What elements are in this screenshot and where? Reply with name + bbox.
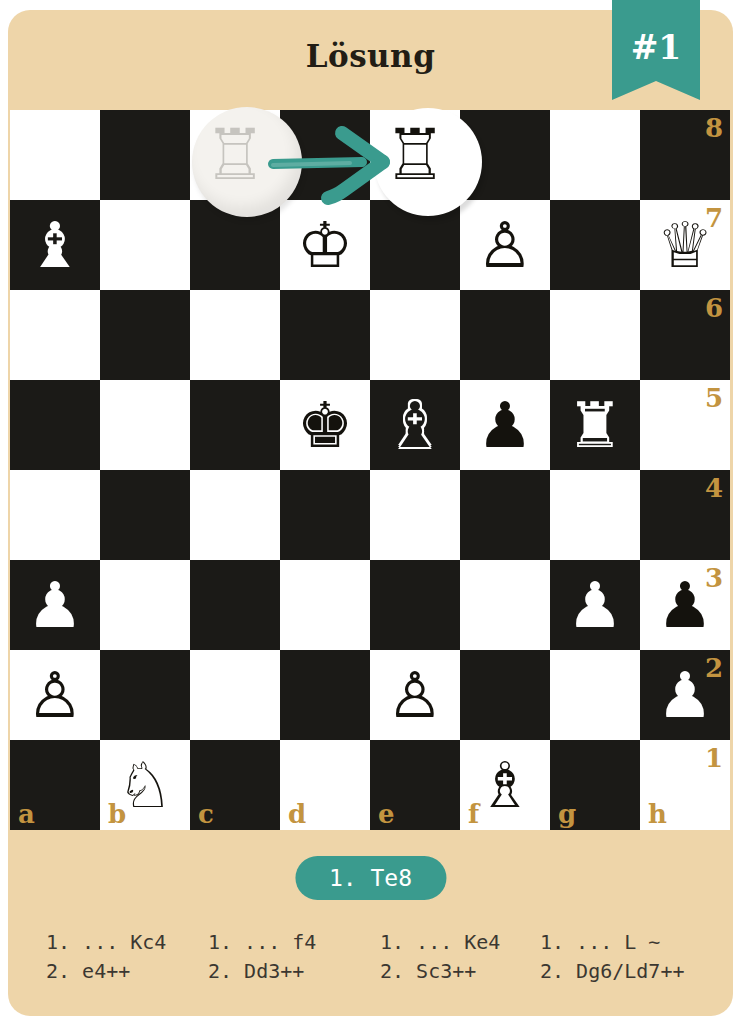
white-king-d7: ♔ bbox=[280, 200, 370, 290]
variation-column: 1. ... f4 2. Dd3++ bbox=[208, 928, 316, 986]
variation-move: 1. ... Ke4 bbox=[380, 928, 500, 957]
variation-move: 1. ... f4 bbox=[208, 928, 316, 957]
square-f4 bbox=[460, 470, 550, 560]
square-e5: ♝ bbox=[370, 380, 460, 470]
white-pawn-g3: ♟ bbox=[550, 560, 640, 650]
square-a4 bbox=[10, 470, 100, 560]
rank-label-8: 8 bbox=[705, 113, 723, 143]
square-c8: ♖ bbox=[190, 110, 280, 200]
black-king-d5: ♚ bbox=[280, 380, 370, 470]
file-label-b: b bbox=[108, 799, 126, 829]
square-h7: 7♕ bbox=[640, 200, 730, 290]
file-label-h: h bbox=[648, 799, 667, 829]
square-e4 bbox=[370, 470, 460, 560]
square-h3: 3♟ bbox=[640, 560, 730, 650]
variation-column: 1. ... Ke4 2. Sc3++ bbox=[380, 928, 500, 986]
square-f7: ♙ bbox=[460, 200, 550, 290]
white-rook-e8: ♖ bbox=[370, 110, 460, 200]
black-bishop-e5: ♝ bbox=[370, 380, 460, 470]
solution-move-button[interactable]: 1. Te8 bbox=[295, 856, 446, 900]
file-label-a: a bbox=[18, 799, 35, 829]
square-e1: e bbox=[370, 740, 460, 830]
square-e8: ♖ bbox=[370, 110, 460, 200]
square-h1: 1h bbox=[640, 740, 730, 830]
square-h4: 4 bbox=[640, 470, 730, 560]
square-d2 bbox=[280, 650, 370, 740]
square-h6: 6 bbox=[640, 290, 730, 380]
square-g5: ♜ bbox=[550, 380, 640, 470]
file-label-d: d bbox=[288, 799, 306, 829]
square-a3: ♟ bbox=[10, 560, 100, 650]
rank-label-4: 4 bbox=[705, 473, 723, 503]
square-d6 bbox=[280, 290, 370, 380]
square-h2: 2♟ bbox=[640, 650, 730, 740]
square-b3 bbox=[100, 560, 190, 650]
square-c1: c bbox=[190, 740, 280, 830]
square-h5: 5 bbox=[640, 380, 730, 470]
variation-move: 2. Dd3++ bbox=[208, 957, 316, 986]
square-b8 bbox=[100, 110, 190, 200]
square-a8 bbox=[10, 110, 100, 200]
variation-move: 2. Dg6/Ld7++ bbox=[540, 957, 685, 986]
rank-label-1: 1 bbox=[705, 743, 723, 773]
square-e2: ♙ bbox=[370, 650, 460, 740]
black-pawn-f5: ♟ bbox=[460, 380, 550, 470]
square-g4 bbox=[550, 470, 640, 560]
rank-label-5: 5 bbox=[705, 383, 723, 413]
square-g2 bbox=[550, 650, 640, 740]
square-g6 bbox=[550, 290, 640, 380]
square-b4 bbox=[100, 470, 190, 560]
file-label-f: f bbox=[468, 799, 479, 829]
white-rook-g5: ♜ bbox=[550, 380, 640, 470]
rank-label-2: 2 bbox=[705, 653, 723, 683]
chess-board: ♖♖8♝♔♙7♕6♚♝♟♜54♟♟3♟♙♙2♟ab♘cdef♗g1h bbox=[10, 110, 730, 830]
file-label-g: g bbox=[558, 799, 576, 829]
white-rook-c8: ♖ bbox=[190, 110, 280, 200]
square-a1: a bbox=[10, 740, 100, 830]
square-g1: g bbox=[550, 740, 640, 830]
square-f2 bbox=[460, 650, 550, 740]
square-d4 bbox=[280, 470, 370, 560]
square-c3 bbox=[190, 560, 280, 650]
white-pawn-a2: ♙ bbox=[10, 650, 100, 740]
puzzle-number-label: #1 bbox=[631, 28, 682, 67]
variation-column: 1. ... Kc4 2. e4++ bbox=[46, 928, 166, 986]
square-a5 bbox=[10, 380, 100, 470]
square-c5 bbox=[190, 380, 280, 470]
rank-label-3: 3 bbox=[705, 563, 723, 593]
variation-move: 1. ... L ~ bbox=[540, 928, 685, 957]
square-g8 bbox=[550, 110, 640, 200]
square-c4 bbox=[190, 470, 280, 560]
square-g3: ♟ bbox=[550, 560, 640, 650]
square-d1: d bbox=[280, 740, 370, 830]
square-b5 bbox=[100, 380, 190, 470]
square-d7: ♔ bbox=[280, 200, 370, 290]
square-b7 bbox=[100, 200, 190, 290]
rank-label-7: 7 bbox=[705, 203, 723, 233]
white-pawn-a3: ♟ bbox=[10, 560, 100, 650]
variation-move: 2. Sc3++ bbox=[380, 957, 500, 986]
square-f5: ♟ bbox=[460, 380, 550, 470]
file-label-c: c bbox=[198, 799, 214, 829]
square-d3 bbox=[280, 560, 370, 650]
square-a7: ♝ bbox=[10, 200, 100, 290]
square-h8: 8 bbox=[640, 110, 730, 200]
square-a6 bbox=[10, 290, 100, 380]
square-b2 bbox=[100, 650, 190, 740]
variation-column: 1. ... L ~ 2. Dg6/Ld7++ bbox=[540, 928, 685, 986]
square-b1: b♘ bbox=[100, 740, 190, 830]
square-f1: f♗ bbox=[460, 740, 550, 830]
square-c2 bbox=[190, 650, 280, 740]
variation-move: 1. ... Kc4 bbox=[46, 928, 166, 957]
square-e6 bbox=[370, 290, 460, 380]
square-f6 bbox=[460, 290, 550, 380]
square-g7 bbox=[550, 200, 640, 290]
square-e3 bbox=[370, 560, 460, 650]
white-pawn-e2: ♙ bbox=[370, 650, 460, 740]
white-bishop-a7: ♝ bbox=[10, 200, 100, 290]
white-pawn-f7: ♙ bbox=[460, 200, 550, 290]
square-b6 bbox=[100, 290, 190, 380]
variation-move: 2. e4++ bbox=[46, 957, 166, 986]
variation-lines: 1. ... Kc4 2. e4++ 1. ... f4 2. Dd3++ 1.… bbox=[0, 928, 741, 998]
square-d5: ♚ bbox=[280, 380, 370, 470]
rank-label-6: 6 bbox=[705, 293, 723, 323]
square-c6 bbox=[190, 290, 280, 380]
file-label-e: e bbox=[378, 799, 395, 829]
square-a2: ♙ bbox=[10, 650, 100, 740]
square-f3 bbox=[460, 560, 550, 650]
